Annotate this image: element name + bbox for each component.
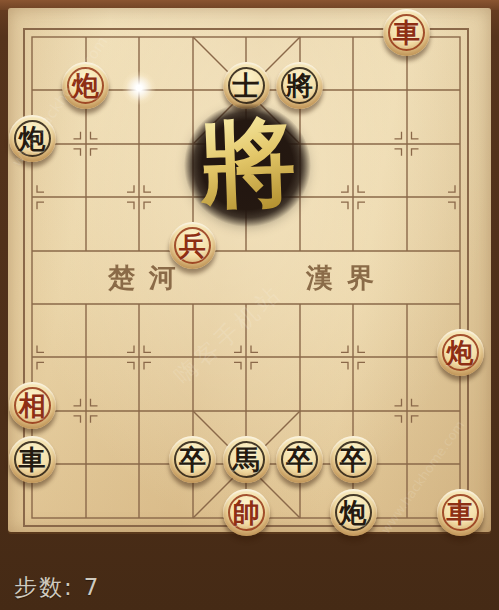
check-glyph: 將 — [197, 98, 297, 231]
piece-glyph: 車 — [9, 436, 56, 483]
river-label-right: 漢界 — [306, 258, 388, 298]
piece-red-chariot-2[interactable]: 車 — [437, 489, 484, 536]
piece-glyph: 炮 — [9, 115, 56, 162]
piece-black-soldier-3[interactable]: 卒 — [330, 436, 377, 483]
piece-glyph: 炮 — [62, 62, 109, 109]
game-screen: 楚河 漢界 車炮士將炮兵炮相車卒馬卒卒帥炮車 將 www.hackhome.co… — [0, 0, 499, 610]
piece-black-cannon-1[interactable]: 炮 — [9, 115, 56, 162]
piece-glyph: 卒 — [276, 436, 323, 483]
move-counter-label: 步数: — [14, 574, 74, 600]
check-announcement-badge: 將 — [184, 103, 311, 227]
piece-glyph: 卒 — [169, 436, 216, 483]
piece-glyph: 車 — [383, 9, 430, 56]
piece-black-soldier-2[interactable]: 卒 — [276, 436, 323, 483]
piece-red-general[interactable]: 帥 — [223, 489, 270, 536]
piece-red-elephant[interactable]: 相 — [9, 382, 56, 429]
piece-glyph: 卒 — [330, 436, 377, 483]
move-counter: 步数:7 — [14, 572, 100, 603]
piece-glyph: 馬 — [223, 436, 270, 483]
piece-black-chariot-1[interactable]: 車 — [9, 436, 56, 483]
piece-black-horse[interactable]: 馬 — [223, 436, 270, 483]
move-counter-value: 7 — [84, 574, 101, 600]
piece-black-soldier-1[interactable]: 卒 — [169, 436, 216, 483]
piece-red-cannon-2[interactable]: 炮 — [437, 329, 484, 376]
piece-glyph: 炮 — [437, 329, 484, 376]
piece-glyph: 帥 — [223, 489, 270, 536]
piece-black-cannon-2[interactable]: 炮 — [330, 489, 377, 536]
piece-red-cannon-1[interactable]: 炮 — [62, 62, 109, 109]
piece-glyph: 車 — [437, 489, 484, 536]
piece-red-chariot-1[interactable]: 車 — [383, 9, 430, 56]
piece-glyph: 相 — [9, 382, 56, 429]
piece-glyph: 炮 — [330, 489, 377, 536]
